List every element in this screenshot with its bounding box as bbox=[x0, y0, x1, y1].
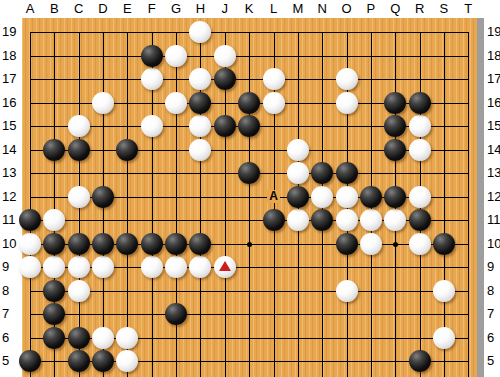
row-label: 13 bbox=[487, 166, 500, 180]
stone-black bbox=[409, 209, 431, 231]
stone-black bbox=[68, 327, 90, 349]
stone-white bbox=[336, 209, 358, 231]
column-label: C bbox=[74, 2, 83, 16]
stone-white bbox=[409, 186, 431, 208]
star-point bbox=[247, 242, 252, 247]
row-label: 7 bbox=[487, 307, 494, 321]
stone-white bbox=[214, 45, 236, 67]
stone-white bbox=[19, 256, 41, 278]
column-label: F bbox=[148, 2, 156, 16]
row-label: 11 bbox=[487, 213, 500, 227]
stone-white bbox=[43, 256, 65, 278]
stone-black bbox=[116, 233, 138, 255]
stone-black bbox=[311, 209, 333, 231]
stone-white bbox=[68, 256, 90, 278]
stone-white bbox=[189, 115, 211, 137]
stone-white bbox=[92, 327, 114, 349]
stone-white bbox=[19, 233, 41, 255]
stone-black bbox=[92, 233, 114, 255]
grid-line-horizontal bbox=[30, 56, 469, 57]
row-label: 14 bbox=[487, 143, 500, 157]
stone-white bbox=[384, 209, 406, 231]
stone-white bbox=[409, 233, 431, 255]
stone-black bbox=[141, 233, 163, 255]
stone-white bbox=[311, 186, 333, 208]
row-label: 16 bbox=[487, 96, 500, 110]
stone-white bbox=[165, 45, 187, 67]
stone-black bbox=[43, 233, 65, 255]
stone-black bbox=[116, 139, 138, 161]
column-label: K bbox=[245, 2, 254, 16]
row-label: 5 bbox=[487, 354, 494, 368]
row-label: 6 bbox=[2, 331, 9, 345]
row-label: 12 bbox=[487, 190, 500, 204]
stone-black bbox=[433, 233, 455, 255]
stone-black bbox=[384, 139, 406, 161]
stone-white bbox=[336, 186, 358, 208]
stone-black bbox=[92, 350, 114, 372]
stone-white bbox=[409, 115, 431, 137]
column-label: J bbox=[222, 2, 229, 16]
column-label: D bbox=[98, 2, 107, 16]
stone-black bbox=[409, 350, 431, 372]
grid-line-horizontal bbox=[30, 291, 469, 292]
stone-black bbox=[409, 92, 431, 114]
column-label: P bbox=[367, 2, 376, 16]
stone-white bbox=[92, 92, 114, 114]
column-label: S bbox=[440, 2, 449, 16]
column-label: Q bbox=[390, 2, 400, 16]
row-label: 18 bbox=[487, 49, 500, 63]
stone-white bbox=[189, 256, 211, 278]
row-label: 11 bbox=[2, 213, 16, 227]
row-label: 10 bbox=[487, 237, 500, 251]
row-label: 9 bbox=[2, 260, 9, 274]
stone-black bbox=[19, 350, 41, 372]
column-label: T bbox=[464, 2, 472, 16]
column-label: E bbox=[123, 2, 132, 16]
stone-white bbox=[92, 256, 114, 278]
stone-white bbox=[68, 186, 90, 208]
row-label: 15 bbox=[2, 119, 16, 133]
row-label: 17 bbox=[487, 72, 500, 86]
row-label: 13 bbox=[2, 166, 16, 180]
stone-white bbox=[141, 115, 163, 137]
stone-white bbox=[433, 280, 455, 302]
stone-black bbox=[336, 162, 358, 184]
stone-white bbox=[360, 209, 382, 231]
stone-white bbox=[409, 139, 431, 161]
stone-white bbox=[189, 139, 211, 161]
stone-black bbox=[43, 280, 65, 302]
row-label: 19 bbox=[487, 25, 500, 39]
stone-white bbox=[68, 280, 90, 302]
stone-black bbox=[165, 303, 187, 325]
stone-white bbox=[68, 115, 90, 137]
stone-white bbox=[336, 68, 358, 90]
stone-black bbox=[384, 186, 406, 208]
stone-white bbox=[165, 92, 187, 114]
stone-black bbox=[189, 92, 211, 114]
row-label: 19 bbox=[2, 25, 16, 39]
stone-black bbox=[238, 92, 260, 114]
row-label: 16 bbox=[2, 96, 16, 110]
grid-line-vertical bbox=[249, 32, 250, 377]
stone-white bbox=[263, 92, 285, 114]
stone-white bbox=[189, 21, 211, 43]
row-label: 8 bbox=[487, 284, 494, 298]
stone-black bbox=[311, 162, 333, 184]
stone-white bbox=[287, 162, 309, 184]
stone-black bbox=[214, 68, 236, 90]
stone-black bbox=[263, 209, 285, 231]
stone-black bbox=[43, 139, 65, 161]
grid-line-vertical bbox=[444, 32, 445, 377]
star-point bbox=[393, 242, 398, 247]
stone-black bbox=[68, 233, 90, 255]
stone-white bbox=[116, 350, 138, 372]
stone-black bbox=[68, 350, 90, 372]
row-label: 15 bbox=[487, 119, 500, 133]
row-label: 5 bbox=[2, 354, 9, 368]
grid-line-vertical bbox=[176, 32, 177, 377]
row-label: 12 bbox=[2, 190, 16, 204]
column-label: H bbox=[196, 2, 205, 16]
vertical-scrollbar-strip bbox=[477, 18, 484, 377]
column-label: R bbox=[415, 2, 424, 16]
stone-black bbox=[238, 162, 260, 184]
grid-line-horizontal bbox=[30, 314, 469, 315]
stone-black bbox=[19, 209, 41, 231]
stone-white bbox=[189, 68, 211, 90]
stone-black bbox=[384, 115, 406, 137]
stone-black bbox=[141, 45, 163, 67]
column-label: N bbox=[317, 2, 326, 16]
stone-black bbox=[165, 233, 187, 255]
stone-black bbox=[68, 139, 90, 161]
column-label: O bbox=[341, 2, 351, 16]
stone-white bbox=[141, 256, 163, 278]
row-label: 10 bbox=[2, 237, 16, 251]
stone-white bbox=[336, 92, 358, 114]
grid-line-vertical bbox=[54, 32, 55, 377]
row-label: 9 bbox=[487, 260, 494, 274]
row-label: 18 bbox=[2, 49, 16, 63]
go-board[interactable]: A bbox=[22, 18, 477, 377]
stone-black bbox=[43, 327, 65, 349]
column-label: G bbox=[171, 2, 181, 16]
stone-white bbox=[287, 209, 309, 231]
row-label: 17 bbox=[2, 72, 16, 86]
stone-black bbox=[238, 115, 260, 137]
grid-line-horizontal bbox=[30, 79, 469, 80]
column-label: M bbox=[292, 2, 303, 16]
stone-white bbox=[336, 280, 358, 302]
grid-line-vertical bbox=[468, 32, 469, 377]
grid-line-vertical bbox=[127, 32, 128, 377]
stone-white bbox=[287, 139, 309, 161]
row-label: 14 bbox=[2, 143, 16, 157]
stone-black bbox=[92, 186, 114, 208]
stone-black bbox=[214, 115, 236, 137]
stone-white bbox=[360, 233, 382, 255]
row-label: 8 bbox=[2, 284, 9, 298]
stone-white bbox=[165, 256, 187, 278]
stone-black bbox=[360, 186, 382, 208]
go-board-window: A ABCDEFGHJKLMNOPQRST 191817161514131211… bbox=[0, 0, 500, 377]
stone-white bbox=[116, 327, 138, 349]
grid-line-horizontal bbox=[30, 32, 469, 33]
column-label: B bbox=[50, 2, 59, 16]
stone-white bbox=[433, 327, 455, 349]
column-label: L bbox=[270, 2, 277, 16]
triangle-marker-icon bbox=[219, 261, 231, 271]
stone-black bbox=[287, 186, 309, 208]
row-label: 7 bbox=[2, 307, 9, 321]
grid-line-vertical bbox=[30, 32, 31, 377]
stone-black bbox=[336, 233, 358, 255]
stone-white bbox=[43, 209, 65, 231]
stone-black bbox=[189, 233, 211, 255]
row-label: 6 bbox=[487, 331, 494, 345]
column-label: A bbox=[26, 2, 35, 16]
stone-black bbox=[384, 92, 406, 114]
point-letter-label: A bbox=[267, 190, 280, 203]
stone-black bbox=[43, 303, 65, 325]
stone-white bbox=[263, 68, 285, 90]
stone-white bbox=[141, 68, 163, 90]
